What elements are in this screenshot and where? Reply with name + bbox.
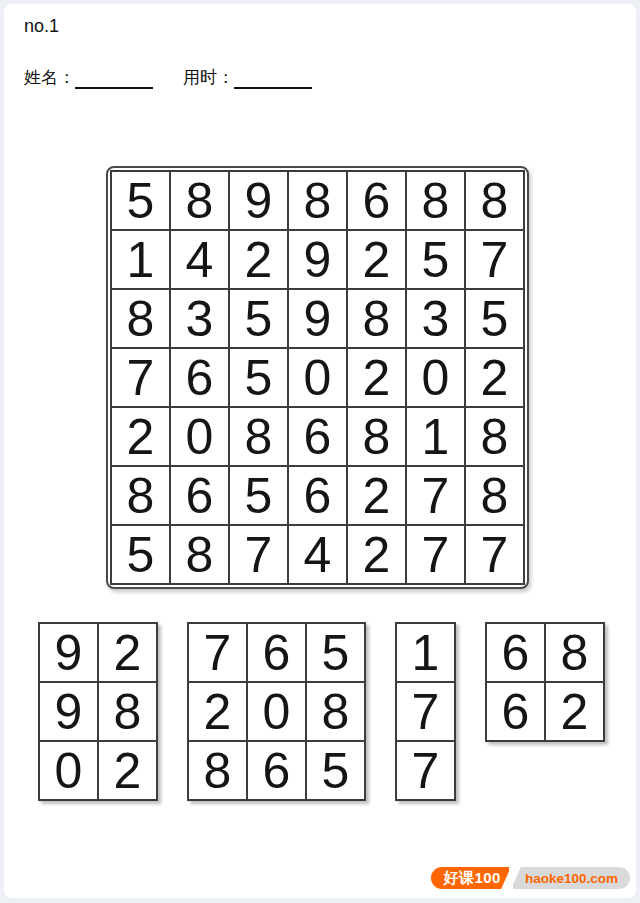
grid-cell: 8 [289, 172, 346, 229]
grid-cell: 8 [189, 742, 246, 799]
grid-cell: 2 [99, 742, 156, 799]
grid-cell: 8 [348, 408, 405, 465]
name-label: 姓名： [24, 66, 75, 89]
grid-cell: 2 [348, 349, 405, 406]
grid-cell: 8 [546, 624, 603, 681]
grid-cell: 9 [40, 683, 97, 740]
grid-cell: 0 [171, 408, 228, 465]
grid-cell: 7 [407, 526, 464, 583]
grid-cell: 5 [307, 742, 364, 799]
grid-cell: 0 [40, 742, 97, 799]
brand-badge: 好课100 haoke100.com [431, 867, 630, 889]
grid-cell: 1 [112, 231, 169, 288]
name-blank-line [75, 71, 153, 89]
brand-site-url: haoke100.com [513, 867, 630, 889]
grid-cell: 8 [99, 683, 156, 740]
grid-cell: 7 [407, 467, 464, 524]
grid-cell: 8 [230, 408, 287, 465]
worksheet-page: no.1 姓名：用时： 5898688142925783598357650202… [4, 4, 636, 898]
grid-cell: 8 [466, 408, 523, 465]
grid-cell: 8 [171, 526, 228, 583]
grid-cell: 6 [487, 683, 544, 740]
grid-cell: 8 [407, 172, 464, 229]
grid-cell: 6 [487, 624, 544, 681]
grid-cell: 8 [171, 172, 228, 229]
grid-cell: 1 [397, 624, 454, 681]
fragment-grid-4: 6862 [485, 622, 605, 742]
grid-cell: 6 [289, 467, 346, 524]
grid-cell: 2 [348, 467, 405, 524]
main-grid: 5898688142925783598357650202208681886562… [110, 170, 525, 585]
main-grid-frame: 5898688142925783598357650202208681886562… [106, 166, 529, 589]
grid-cell: 9 [230, 172, 287, 229]
grid-cell: 5 [230, 290, 287, 347]
grid-cell: 9 [289, 231, 346, 288]
time-label: 用时： [183, 66, 234, 89]
grid-cell: 9 [289, 290, 346, 347]
grid-cell: 7 [397, 742, 454, 799]
grid-cell: 0 [407, 349, 464, 406]
grid-cell: 2 [348, 526, 405, 583]
grid-cell: 8 [307, 683, 364, 740]
grid-cell: 2 [99, 624, 156, 681]
grid-cell: 6 [289, 408, 346, 465]
grid-cell: 6 [348, 172, 405, 229]
grid-cell: 5 [230, 349, 287, 406]
grid-cell: 8 [348, 290, 405, 347]
grid-cell: 8 [466, 172, 523, 229]
fragment-grid-2: 765208865 [187, 622, 366, 801]
grid-cell: 7 [397, 683, 454, 740]
grid-cell: 7 [189, 624, 246, 681]
grid-cell: 7 [230, 526, 287, 583]
time-blank-line [234, 71, 312, 89]
grid-cell: 0 [248, 683, 305, 740]
grid-cell: 2 [189, 683, 246, 740]
grid-cell: 3 [407, 290, 464, 347]
fragment-grid-1: 929802 [38, 622, 158, 801]
grid-cell: 7 [112, 349, 169, 406]
grid-cell: 5 [466, 290, 523, 347]
grid-cell: 5 [230, 467, 287, 524]
grid-cell: 5 [112, 526, 169, 583]
grid-cell: 2 [546, 683, 603, 740]
grid-cell: 3 [171, 290, 228, 347]
fragment-grid-3: 177 [395, 622, 456, 801]
grid-cell: 2 [348, 231, 405, 288]
grid-cell: 9 [40, 624, 97, 681]
grid-cell: 6 [248, 742, 305, 799]
grid-cell: 6 [171, 467, 228, 524]
grid-cell: 7 [466, 231, 523, 288]
grid-cell: 7 [466, 526, 523, 583]
brand-logo: 好课100 [431, 867, 509, 889]
grid-cell: 8 [112, 467, 169, 524]
grid-cell: 5 [407, 231, 464, 288]
worksheet-header: 姓名：用时： [24, 66, 316, 89]
grid-cell: 2 [112, 408, 169, 465]
grid-cell: 5 [112, 172, 169, 229]
grid-cell: 4 [289, 526, 346, 583]
grid-cell: 6 [171, 349, 228, 406]
grid-cell: 0 [289, 349, 346, 406]
grid-cell: 8 [112, 290, 169, 347]
grid-cell: 2 [230, 231, 287, 288]
grid-cell: 4 [171, 231, 228, 288]
grid-cell: 5 [307, 624, 364, 681]
grid-cell: 6 [248, 624, 305, 681]
grid-cell: 2 [466, 349, 523, 406]
puzzle-number: no.1 [24, 16, 59, 37]
grid-cell: 8 [466, 467, 523, 524]
grid-cell: 1 [407, 408, 464, 465]
